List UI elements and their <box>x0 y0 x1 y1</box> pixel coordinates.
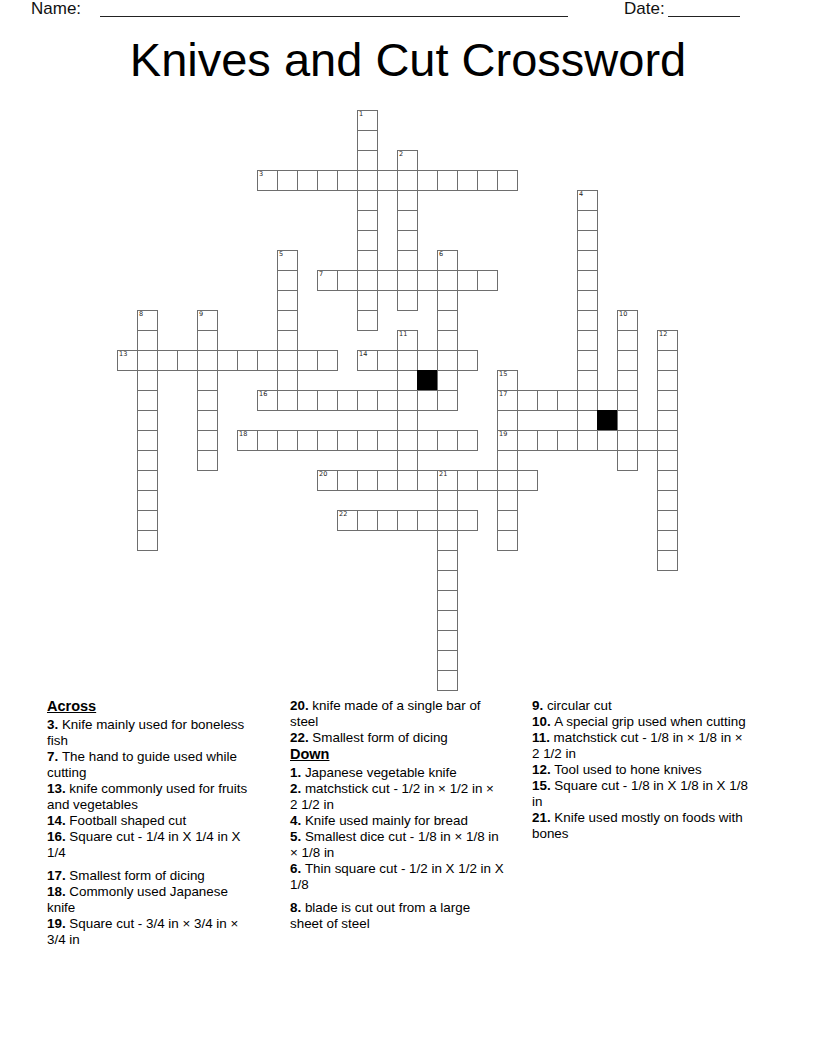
clue-item-number: 4. <box>290 813 305 828</box>
crossword-grid: 12345678910111213141516171819202122 <box>117 110 678 691</box>
grid-cell[interactable] <box>617 390 638 411</box>
clue-number: 4 <box>579 191 583 198</box>
grid-cell[interactable] <box>577 290 598 311</box>
grid-cell[interactable]: 21 <box>437 470 458 491</box>
grid-cell[interactable] <box>137 330 158 351</box>
clue-number: 17 <box>499 391 507 398</box>
grid-cell[interactable] <box>357 170 378 191</box>
grid-cell[interactable] <box>397 270 418 291</box>
grid-cell[interactable] <box>397 450 418 471</box>
grid-cell[interactable] <box>437 430 458 451</box>
grid-cell[interactable]: 5 <box>277 250 298 271</box>
grid-cell[interactable] <box>377 470 398 491</box>
clue-number: 18 <box>239 431 247 438</box>
grid-cell[interactable] <box>137 370 158 391</box>
grid-cell[interactable] <box>397 230 418 251</box>
clue-item: 6. Thin square cut - 1/2 in X 1/2 in X 1… <box>290 861 505 893</box>
grid-cell[interactable] <box>277 330 298 351</box>
grid-cell[interactable] <box>617 330 638 351</box>
grid-cell[interactable]: 22 <box>337 510 358 531</box>
grid-cell[interactable]: 4 <box>577 190 598 211</box>
grid-cell[interactable] <box>557 430 578 451</box>
grid-cell[interactable]: 16 <box>257 390 278 411</box>
grid-cell[interactable]: 12 <box>657 330 678 351</box>
grid-cell[interactable] <box>577 390 598 411</box>
grid-cell[interactable] <box>477 470 498 491</box>
grid-cell[interactable] <box>197 370 218 391</box>
grid-cell[interactable] <box>197 390 218 411</box>
grid-cell[interactable] <box>137 430 158 451</box>
grid-cell[interactable] <box>317 170 338 191</box>
grid-cell[interactable] <box>277 310 298 331</box>
grid-cell[interactable] <box>397 430 418 451</box>
clue-item: 18. Commonly used Japanese knife <box>47 884 259 916</box>
clue-number: 3 <box>259 171 263 178</box>
date-label: Date: <box>624 0 665 18</box>
clue-item-text: Japanese vegetable knife <box>305 765 457 780</box>
grid-cell[interactable] <box>397 470 418 491</box>
clue-number: 7 <box>319 271 323 278</box>
clue-item-number: 21. <box>532 810 554 825</box>
clue-item-text: Tool used to hone knives <box>554 762 701 777</box>
grid-cell[interactable] <box>317 350 338 371</box>
clue-item-text: knife commonly used for fruits and veget… <box>47 781 247 812</box>
clue-item-number: 20. <box>290 698 312 713</box>
grid-cell[interactable] <box>517 390 538 411</box>
clue-number: 10 <box>619 311 627 318</box>
clue-item: 20. knife made of a single bar of steel <box>290 698 505 730</box>
clue-item-text: A special grip used when cutting <box>554 714 745 729</box>
grid-cell[interactable] <box>297 390 318 411</box>
grid-cell[interactable] <box>197 350 218 371</box>
grid-cell[interactable] <box>657 370 678 391</box>
blocked-cell <box>417 370 438 391</box>
grid-cell[interactable] <box>157 350 178 371</box>
grid-cell[interactable] <box>537 430 558 451</box>
grid-cell[interactable]: 15 <box>497 370 518 391</box>
grid-cell[interactable] <box>657 450 678 471</box>
grid-cell[interactable] <box>197 330 218 351</box>
grid-cell[interactable] <box>217 350 238 371</box>
grid-cell[interactable] <box>277 290 298 311</box>
grid-cell[interactable] <box>457 510 478 531</box>
grid-cell[interactable] <box>397 410 418 431</box>
grid-cell[interactable] <box>577 210 598 231</box>
grid-cell[interactable] <box>357 230 378 251</box>
grid-cell[interactable]: 7 <box>317 270 338 291</box>
clue-item-number: 2. <box>290 781 305 796</box>
clue-item: 9. circular cut <box>532 698 750 714</box>
clue-item: 16. Square cut - 1/4 in X 1/4 in X 1/4 <box>47 829 259 861</box>
grid-cell[interactable] <box>417 170 438 191</box>
grid-cell[interactable] <box>197 430 218 451</box>
clue-item-number: 7. <box>47 749 62 764</box>
grid-cell[interactable]: 1 <box>357 110 378 131</box>
grid-cell[interactable] <box>617 430 638 451</box>
clue-number: 9 <box>199 311 203 318</box>
grid-cell[interactable] <box>277 270 298 291</box>
clue-item-number: 1. <box>290 765 305 780</box>
grid-cell[interactable]: 13 <box>117 350 138 371</box>
clue-item-number: 19. <box>47 916 69 931</box>
clue-item-number: 10. <box>532 714 554 729</box>
grid-cell[interactable] <box>417 350 438 371</box>
grid-cell[interactable] <box>497 410 518 431</box>
page-title: Knives and Cut Crossword <box>0 34 816 86</box>
grid-cell[interactable]: 10 <box>617 310 638 331</box>
clue-item: 4. Knife used mainly for bread <box>290 813 505 829</box>
grid-cell[interactable] <box>337 170 358 191</box>
grid-cell[interactable] <box>637 430 658 451</box>
clue-item: 14. Football shaped cut <box>47 813 259 829</box>
clue-item-text: Smallest dice cut - 1/8 in × 1/8 in × 1/… <box>290 829 499 860</box>
clue-number: 1 <box>359 111 363 118</box>
clue-item-text: The hand to guide used while cutting <box>47 749 237 780</box>
grid-cell[interactable] <box>337 270 358 291</box>
clue-item-text: Football shaped cut <box>69 813 186 828</box>
clue-item-number: 3. <box>47 717 62 732</box>
clue-item-text: Square cut - 1/4 in X 1/4 in X 1/4 <box>47 829 241 860</box>
grid-cell[interactable] <box>457 430 478 451</box>
clue-number: 21 <box>439 471 447 478</box>
grid-cell[interactable]: 3 <box>257 170 278 191</box>
grid-cell[interactable] <box>137 450 158 471</box>
grid-cell[interactable] <box>417 510 438 531</box>
clue-number: 22 <box>339 511 347 518</box>
clue-item: 21. Knife used mostly on foods with bone… <box>532 810 750 842</box>
grid-cell[interactable] <box>577 250 598 271</box>
clue-item-text: Commonly used Japanese knife <box>47 884 228 915</box>
grid-cell[interactable] <box>517 470 538 491</box>
clue-item-text: Knife used mostly on foods with bones <box>532 810 743 841</box>
grid-cell[interactable] <box>357 210 378 231</box>
clue-item: 1. Japanese vegetable knife <box>290 765 505 781</box>
grid-cell[interactable] <box>457 270 478 291</box>
grid-cell[interactable] <box>437 350 458 371</box>
grid-cell[interactable] <box>137 410 158 431</box>
grid-cell[interactable]: 9 <box>197 310 218 331</box>
grid-cell[interactable] <box>277 390 298 411</box>
clue-number: 19 <box>499 431 507 438</box>
grid-cell[interactable] <box>437 330 458 351</box>
clue-item-text: matchstick cut - 1/2 in × 1/2 in × 2 1/2… <box>290 781 494 812</box>
grid-cell[interactable] <box>477 170 498 191</box>
worksheet-page: Name: Date: Knives and Cut Crossword 123… <box>0 0 816 1056</box>
grid-cell[interactable]: 14 <box>357 350 378 371</box>
grid-cell[interactable] <box>437 670 458 691</box>
grid-cell[interactable] <box>497 530 518 551</box>
clue-item-number: 15. <box>532 778 554 793</box>
grid-cell[interactable] <box>397 190 418 211</box>
grid-cell[interactable] <box>397 210 418 231</box>
grid-cell[interactable] <box>397 250 418 271</box>
grid-cell[interactable] <box>657 510 678 531</box>
grid-cell[interactable] <box>437 630 458 651</box>
grid-cell[interactable] <box>437 610 458 631</box>
clue-item-text: blade is cut out from a large sheet of s… <box>290 900 470 931</box>
clue-item-text: Smallest form of dicing <box>69 868 204 883</box>
clue-item-number: 12. <box>532 762 554 777</box>
grid-cell[interactable] <box>437 170 458 191</box>
grid-cell[interactable] <box>357 430 378 451</box>
clue-number: 5 <box>279 251 283 258</box>
clue-item-number: 9. <box>532 698 547 713</box>
clue-number: 16 <box>259 391 267 398</box>
clue-item: 22. Smallest form of dicing <box>290 730 505 746</box>
grid-cell[interactable] <box>317 390 338 411</box>
grid-cell[interactable]: 6 <box>437 250 458 271</box>
clue-item-text: knife made of a single bar of steel <box>290 698 481 729</box>
grid-cell[interactable] <box>457 350 478 371</box>
clue-number: 12 <box>659 331 667 338</box>
grid-cell[interactable] <box>417 270 438 291</box>
grid-cell[interactable] <box>537 390 558 411</box>
clue-item: 10. A special grip used when cutting <box>532 714 750 730</box>
grid-cell[interactable] <box>397 390 418 411</box>
grid-cell[interactable] <box>657 490 678 511</box>
grid-cell[interactable] <box>397 350 418 371</box>
grid-cell[interactable] <box>577 270 598 291</box>
clue-item-text: matchstick cut - 1/8 in × 1/8 in × 2 1/2… <box>532 730 743 761</box>
clue-item: 11. matchstick cut - 1/8 in × 1/8 in × 2… <box>532 730 750 762</box>
clue-item: 13. knife commonly used for fruits and v… <box>47 781 259 813</box>
grid-cell[interactable] <box>497 170 518 191</box>
grid-cell[interactable] <box>277 370 298 391</box>
grid-cell[interactable] <box>497 450 518 471</box>
grid-cell[interactable] <box>517 430 538 451</box>
grid-cell[interactable] <box>577 350 598 371</box>
grid-cell[interactable] <box>297 430 318 451</box>
grid-cell[interactable] <box>197 410 218 431</box>
grid-cell[interactable] <box>137 510 158 531</box>
grid-cell[interactable] <box>477 270 498 291</box>
grid-cell[interactable] <box>597 390 618 411</box>
grid-cell[interactable]: 11 <box>397 330 418 351</box>
clue-item: 2. matchstick cut - 1/2 in × 1/2 in × 2 … <box>290 781 505 813</box>
clue-item: 7. The hand to guide used while cutting <box>47 749 259 781</box>
grid-cell[interactable] <box>437 370 458 391</box>
grid-cell[interactable] <box>397 370 418 391</box>
grid-cell[interactable] <box>457 470 478 491</box>
grid-cell[interactable] <box>657 430 678 451</box>
grid-cell[interactable]: 17 <box>497 390 518 411</box>
clue-item-text: Knife used mainly for bread <box>305 813 468 828</box>
grid-cell[interactable] <box>277 170 298 191</box>
grid-cell[interactable] <box>357 250 378 271</box>
clue-item-number: 18. <box>47 884 69 899</box>
grid-cell[interactable] <box>457 170 478 191</box>
grid-cell[interactable] <box>397 290 418 311</box>
clue-item-number: 5. <box>290 829 305 844</box>
grid-cell[interactable] <box>437 590 458 611</box>
grid-cell[interactable] <box>357 510 378 531</box>
clue-item-text: Knife mainly used for boneless fish <box>47 717 244 748</box>
clue-number: 2 <box>399 151 403 158</box>
clue-list-header-across: Across <box>47 698 259 714</box>
clue-item: 12. Tool used to hone knives <box>532 762 750 778</box>
grid-cell[interactable] <box>357 190 378 211</box>
clue-item-number: 8. <box>290 900 305 915</box>
grid-cell[interactable] <box>437 310 458 331</box>
clue-number: 6 <box>439 251 443 258</box>
grid-cell[interactable] <box>237 350 258 371</box>
grid-cell[interactable] <box>577 410 598 431</box>
grid-cell[interactable] <box>437 290 458 311</box>
grid-cell[interactable] <box>657 390 678 411</box>
clue-item: 19. Square cut - 3/4 in × 3/4 in × 3/4 i… <box>47 916 259 948</box>
clue-column-middle: 20. knife made of a single bar of steel2… <box>290 698 505 932</box>
clue-item: 8. blade is cut out from a large sheet o… <box>290 900 505 932</box>
grid-cell[interactable] <box>617 350 638 371</box>
grid-cell[interactable] <box>437 390 458 411</box>
clue-number: 15 <box>499 371 507 378</box>
grid-cell[interactable] <box>357 290 378 311</box>
clue-item-number: 14. <box>47 813 69 828</box>
clue-number: 14 <box>359 351 367 358</box>
grid-cell[interactable] <box>377 170 398 191</box>
grid-cell[interactable] <box>497 510 518 531</box>
grid-cell[interactable] <box>437 270 458 291</box>
clue-item-number: 11. <box>532 730 554 745</box>
grid-cell[interactable] <box>497 470 518 491</box>
clue-item-text: Smallest form of dicing <box>312 730 447 745</box>
clue-number: 20 <box>319 471 327 478</box>
grid-cell[interactable] <box>377 270 398 291</box>
grid-cell[interactable] <box>177 350 198 371</box>
grid-cell[interactable] <box>437 490 458 511</box>
grid-cell[interactable] <box>577 370 598 391</box>
clue-item-text: Thin square cut - 1/2 in X 1/2 in X 1/8 <box>290 861 504 892</box>
grid-cell[interactable] <box>377 430 398 451</box>
grid-cell[interactable] <box>137 470 158 491</box>
grid-cell[interactable] <box>417 470 438 491</box>
grid-cell[interactable]: 8 <box>137 310 158 331</box>
grid-cell[interactable] <box>337 390 358 411</box>
grid-cell[interactable] <box>437 510 458 531</box>
grid-cell[interactable] <box>137 490 158 511</box>
grid-cell[interactable] <box>377 390 398 411</box>
grid-cell[interactable] <box>577 430 598 451</box>
grid-cell[interactable] <box>577 330 598 351</box>
grid-cell[interactable] <box>277 430 298 451</box>
grid-cell[interactable] <box>657 410 678 431</box>
grid-cell[interactable] <box>657 530 678 551</box>
clue-item-number: 6. <box>290 861 305 876</box>
grid-cell[interactable] <box>617 450 638 471</box>
clue-item: 3. Knife mainly used for boneless fish <box>47 717 259 749</box>
clue-column-across: Across3. Knife mainly used for boneless … <box>47 698 259 948</box>
grid-cell[interactable] <box>357 130 378 151</box>
grid-cell[interactable] <box>357 310 378 331</box>
grid-cell[interactable] <box>397 170 418 191</box>
clue-item: 15. Square cut - 1/8 in X 1/8 in X 1/8 i… <box>532 778 750 810</box>
date-blank-line <box>668 16 740 17</box>
blocked-cell <box>597 410 618 431</box>
grid-cell[interactable] <box>257 430 278 451</box>
grid-cell[interactable] <box>417 390 438 411</box>
grid-cell[interactable] <box>137 530 158 551</box>
clue-item: 5. Smallest dice cut - 1/8 in × 1/8 in ×… <box>290 829 505 861</box>
grid-cell[interactable] <box>597 430 618 451</box>
grid-cell[interactable] <box>137 350 158 371</box>
grid-cell[interactable] <box>257 350 278 371</box>
clue-number: 11 <box>399 331 407 338</box>
grid-cell[interactable] <box>417 430 438 451</box>
grid-cell[interactable] <box>657 350 678 371</box>
clue-item: 17. Smallest form of dicing <box>47 868 259 884</box>
clue-column-down: 9. circular cut10. A special grip used w… <box>532 698 750 842</box>
grid-cell[interactable] <box>357 390 378 411</box>
grid-cell[interactable] <box>437 550 458 571</box>
clue-item-number: 22. <box>290 730 312 745</box>
grid-cell[interactable] <box>577 230 598 251</box>
grid-cell[interactable] <box>277 350 298 371</box>
grid-cell[interactable] <box>437 570 458 591</box>
grid-cell[interactable] <box>437 530 458 551</box>
grid-cell[interactable] <box>197 450 218 471</box>
name-blank-line <box>100 16 568 17</box>
grid-cell[interactable] <box>357 470 378 491</box>
grid-cell[interactable] <box>437 650 458 671</box>
clue-number: 13 <box>119 351 127 358</box>
clue-item-number: 13. <box>47 781 69 796</box>
grid-cell[interactable] <box>657 470 678 491</box>
grid-cell[interactable] <box>357 150 378 171</box>
clue-item-text: circular cut <box>547 698 612 713</box>
grid-cell[interactable]: 2 <box>397 150 418 171</box>
grid-cell[interactable] <box>557 390 578 411</box>
grid-cell[interactable] <box>317 430 338 451</box>
clue-item-text: Square cut - 3/4 in × 3/4 in × 3/4 in <box>47 916 238 947</box>
grid-cell[interactable] <box>297 350 318 371</box>
name-label: Name: <box>31 0 81 18</box>
grid-cell[interactable] <box>337 430 358 451</box>
grid-cell[interactable] <box>337 470 358 491</box>
grid-cell[interactable] <box>657 550 678 571</box>
grid-cell[interactable] <box>577 310 598 331</box>
grid-cell[interactable] <box>377 510 398 531</box>
clue-list-header-down: Down <box>290 746 505 762</box>
clue-item-number: 17. <box>47 868 69 883</box>
grid-cell[interactable] <box>397 510 418 531</box>
grid-cell[interactable] <box>377 350 398 371</box>
grid-cell[interactable]: 18 <box>237 430 258 451</box>
clue-item-text: Square cut - 1/8 in X 1/8 in X 1/8 in <box>532 778 748 809</box>
grid-cell[interactable]: 20 <box>317 470 338 491</box>
grid-cell[interactable] <box>617 370 638 391</box>
grid-cell[interactable] <box>137 390 158 411</box>
grid-cell[interactable] <box>297 170 318 191</box>
grid-cell[interactable]: 19 <box>497 430 518 451</box>
grid-cell[interactable] <box>617 410 638 431</box>
clue-item-number: 16. <box>47 829 69 844</box>
clue-number: 8 <box>139 311 143 318</box>
grid-cell[interactable] <box>357 270 378 291</box>
grid-cell[interactable] <box>497 490 518 511</box>
